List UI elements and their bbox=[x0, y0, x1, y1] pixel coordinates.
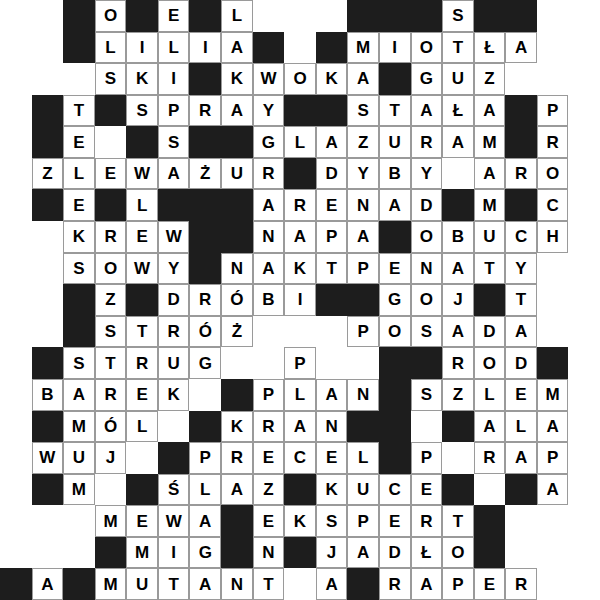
letter-cell-r2-c3[interactable]: S bbox=[95, 63, 127, 95]
letter-cell-r16-c12[interactable]: E bbox=[379, 505, 411, 537]
cell-r6-c18 bbox=[568, 189, 600, 221]
block-r2-c6 bbox=[189, 63, 221, 95]
letter-cell-r4-c12[interactable]: U bbox=[379, 126, 411, 158]
letter-cell-r4-c9[interactable]: L bbox=[284, 126, 316, 158]
letter-cell-r4-c5[interactable]: S bbox=[158, 126, 190, 158]
block-r0-c2 bbox=[63, 0, 95, 32]
cell-r11-c10 bbox=[316, 347, 348, 379]
letter-cell-r2-c13[interactable]: G bbox=[411, 63, 443, 95]
letter-cell-r3-c11[interactable]: S bbox=[347, 95, 379, 127]
letter-cell-r10-c16[interactable]: A bbox=[505, 316, 537, 348]
letter-cell-r18-c10[interactable]: A bbox=[316, 568, 348, 600]
cell-r15-c0 bbox=[0, 474, 32, 506]
letter-cell-r8-c5[interactable]: Y bbox=[158, 253, 190, 285]
letter-cell-r1-c12[interactable]: I bbox=[379, 32, 411, 64]
cell-r2-c16 bbox=[505, 63, 537, 95]
letter-cell-r18-c6[interactable]: A bbox=[189, 568, 221, 600]
letter-cell-r2-c4[interactable]: K bbox=[126, 63, 158, 95]
letter-cell-r12-c1[interactable]: B bbox=[32, 379, 64, 411]
letter-cell-r11-c2[interactable]: S bbox=[63, 347, 95, 379]
letter-cell-r7-c4[interactable]: E bbox=[126, 221, 158, 253]
letter-cell-r7-c13[interactable]: O bbox=[411, 221, 443, 253]
letter-cell-r16-c8[interactable]: E bbox=[253, 505, 285, 537]
cell-r14-c4 bbox=[126, 442, 158, 474]
letter-cell-r12-c4[interactable]: E bbox=[126, 379, 158, 411]
letter-cell-r12-c11[interactable]: N bbox=[347, 379, 379, 411]
letter-cell-r13-c7[interactable]: K bbox=[221, 411, 253, 443]
letter-cell-r17-c5[interactable]: I bbox=[158, 537, 190, 569]
letter-cell-r11-c15[interactable]: O bbox=[474, 347, 506, 379]
letter-cell-r14-c15[interactable]: R bbox=[474, 442, 506, 474]
letter-cell-r11-c16[interactable]: D bbox=[505, 347, 537, 379]
letter-cell-r10-c5[interactable]: R bbox=[158, 316, 190, 348]
letter-cell-r6-c11[interactable]: N bbox=[347, 189, 379, 221]
block-r11-c12 bbox=[379, 347, 411, 379]
letter-cell-r8-c9[interactable]: K bbox=[284, 253, 316, 285]
letter-cell-r18-c13[interactable]: A bbox=[411, 568, 443, 600]
letter-cell-r5-c16[interactable]: R bbox=[505, 158, 537, 190]
letter-cell-r13-c16[interactable]: L bbox=[505, 411, 537, 443]
letter-cell-r12-c2[interactable]: A bbox=[63, 379, 95, 411]
letter-cell-r3-c17[interactable]: P bbox=[537, 95, 569, 127]
block-r8-c6 bbox=[189, 253, 221, 285]
letter-cell-r4-c17[interactable]: R bbox=[537, 126, 569, 158]
letter-cell-r15-c17[interactable]: A bbox=[537, 474, 569, 506]
letter-cell-r17-c13[interactable]: Ł bbox=[411, 537, 443, 569]
letter-cell-r5-c13[interactable]: Y bbox=[411, 158, 443, 190]
block-r1-c8 bbox=[253, 32, 285, 64]
cell-r17-c1 bbox=[32, 537, 64, 569]
cell-r18-c18 bbox=[568, 568, 600, 600]
letter-cell-r1-c16[interactable]: A bbox=[505, 32, 537, 64]
letter-cell-r15-c12[interactable]: C bbox=[379, 474, 411, 506]
cell-r10-c1 bbox=[32, 316, 64, 348]
letter-cell-r6-c17[interactable]: C bbox=[537, 189, 569, 221]
letter-cell-r10-c4[interactable]: T bbox=[126, 316, 158, 348]
letter-cell-r12-c16[interactable]: E bbox=[505, 379, 537, 411]
letter-cell-r4-c13[interactable]: R bbox=[411, 126, 443, 158]
letter-cell-r4-c10[interactable]: A bbox=[316, 126, 348, 158]
cell-r13-c18 bbox=[568, 411, 600, 443]
letter-cell-r3-c14[interactable]: Ł bbox=[442, 95, 474, 127]
letter-cell-r17-c6[interactable]: G bbox=[189, 537, 221, 569]
letter-cell-r6-c4[interactable]: L bbox=[126, 189, 158, 221]
cell-r15-c18 bbox=[568, 474, 600, 506]
block-r7-c12 bbox=[379, 221, 411, 253]
block-r15-c14 bbox=[442, 474, 474, 506]
letter-cell-r8-c8[interactable]: A bbox=[253, 253, 285, 285]
letter-cell-r8-c3[interactable]: O bbox=[95, 253, 127, 285]
letter-cell-r2-c14[interactable]: U bbox=[442, 63, 474, 95]
block-r14-c12 bbox=[379, 442, 411, 474]
cell-r5-c0 bbox=[0, 158, 32, 190]
cell-r11-c11 bbox=[347, 347, 379, 379]
block-r6-c3 bbox=[95, 189, 127, 221]
letter-cell-r14-c13[interactable]: P bbox=[411, 442, 443, 474]
letter-cell-r10-c12[interactable]: O bbox=[379, 316, 411, 348]
letter-cell-r8-c7[interactable]: N bbox=[221, 253, 253, 285]
letter-cell-r3-c12[interactable]: T bbox=[379, 95, 411, 127]
letter-cell-r16-c14[interactable]: T bbox=[442, 505, 474, 537]
cell-r10-c0 bbox=[0, 316, 32, 348]
cell-r15-c15 bbox=[474, 474, 506, 506]
letter-cell-r5-c5[interactable]: A bbox=[158, 158, 190, 190]
block-r9-c4 bbox=[126, 284, 158, 316]
letter-cell-r14-c7[interactable]: R bbox=[221, 442, 253, 474]
letter-cell-r16-c3[interactable]: M bbox=[95, 505, 127, 537]
letter-cell-r18-c8[interactable]: T bbox=[253, 568, 285, 600]
letter-cell-r10-c14[interactable]: A bbox=[442, 316, 474, 348]
letter-cell-r2-c8[interactable]: W bbox=[253, 63, 285, 95]
letter-cell-r4-c15[interactable]: M bbox=[474, 126, 506, 158]
letter-cell-r8-c10[interactable]: T bbox=[316, 253, 348, 285]
letter-cell-r18-c12[interactable]: R bbox=[379, 568, 411, 600]
crossword-grid: OELSLILIAMIOTŁASKIKWOKAGUZTSPRAYSTAŁAPES… bbox=[0, 0, 600, 600]
block-r6-c14 bbox=[442, 189, 474, 221]
block-r6-c1 bbox=[32, 189, 64, 221]
letter-cell-r5-c1[interactable]: Z bbox=[32, 158, 64, 190]
cell-r1-c1 bbox=[32, 32, 64, 64]
letter-cell-r18-c14[interactable]: P bbox=[442, 568, 474, 600]
letter-cell-r2-c7[interactable]: K bbox=[221, 63, 253, 95]
letter-cell-r4-c2[interactable]: E bbox=[63, 126, 95, 158]
cell-r10-c10 bbox=[316, 316, 348, 348]
crossword-board: OELSLILIAMIOTŁASKIKWOKAGUZTSPRAYSTAŁAPES… bbox=[0, 0, 600, 600]
letter-cell-r7-c8[interactable]: N bbox=[253, 221, 285, 253]
letter-cell-r17-c12[interactable]: D bbox=[379, 537, 411, 569]
block-r13-c6 bbox=[189, 411, 221, 443]
letter-cell-r12-c8[interactable]: P bbox=[253, 379, 285, 411]
cell-r8-c1 bbox=[32, 253, 64, 285]
letter-cell-r9-c3[interactable]: Z bbox=[95, 284, 127, 316]
letter-cell-r15-c8[interactable]: Z bbox=[253, 474, 285, 506]
letter-cell-r18-c7[interactable]: N bbox=[221, 568, 253, 600]
cell-r2-c18 bbox=[568, 63, 600, 95]
letter-cell-r15-c13[interactable]: E bbox=[411, 474, 443, 506]
block-r12-c7 bbox=[221, 379, 253, 411]
letter-cell-r6-c2[interactable]: E bbox=[63, 189, 95, 221]
letter-cell-r1-c5[interactable]: L bbox=[158, 32, 190, 64]
letter-cell-r8-c16[interactable]: Y bbox=[505, 253, 537, 285]
block-r11-c13 bbox=[411, 347, 443, 379]
letter-cell-r9-c8[interactable]: B bbox=[253, 284, 285, 316]
cell-r0-c10 bbox=[316, 0, 348, 32]
block-r5-c9 bbox=[284, 158, 316, 190]
cell-r17-c17 bbox=[537, 537, 569, 569]
letter-cell-r13-c4[interactable]: L bbox=[126, 411, 158, 443]
letter-cell-r10-c6[interactable]: Ó bbox=[189, 316, 221, 348]
block-r13-c11 bbox=[347, 411, 379, 443]
block-r17-c7 bbox=[221, 537, 253, 569]
letter-cell-r3-c13[interactable]: A bbox=[411, 95, 443, 127]
letter-cell-r14-c1[interactable]: W bbox=[32, 442, 64, 474]
cell-r17-c0 bbox=[0, 537, 32, 569]
letter-cell-r4-c8[interactable]: G bbox=[253, 126, 285, 158]
letter-cell-r9-c13[interactable]: O bbox=[411, 284, 443, 316]
letter-cell-r14-c8[interactable]: E bbox=[253, 442, 285, 474]
letter-cell-r5-c11[interactable]: Y bbox=[347, 158, 379, 190]
letter-cell-r7-c10[interactable]: P bbox=[316, 221, 348, 253]
block-r18-c0 bbox=[0, 568, 32, 600]
letter-cell-r18-c1[interactable]: A bbox=[32, 568, 64, 600]
letter-cell-r3-c2[interactable]: T bbox=[63, 95, 95, 127]
letter-cell-r17-c14[interactable]: O bbox=[442, 537, 474, 569]
letter-cell-r1-c11[interactable]: M bbox=[347, 32, 379, 64]
cell-r12-c6 bbox=[189, 379, 221, 411]
block-r9-c15 bbox=[474, 284, 506, 316]
letter-cell-r7-c2[interactable]: K bbox=[63, 221, 95, 253]
cell-r17-c16 bbox=[505, 537, 537, 569]
letter-cell-r5-c17[interactable]: O bbox=[537, 158, 569, 190]
letter-cell-r14-c17[interactable]: P bbox=[537, 442, 569, 474]
block-r13-c14 bbox=[442, 411, 474, 443]
letter-cell-r16-c9[interactable]: K bbox=[284, 505, 316, 537]
cell-r0-c18 bbox=[568, 0, 600, 32]
cell-r1-c18 bbox=[568, 32, 600, 64]
block-r14-c5 bbox=[158, 442, 190, 474]
letter-cell-r3-c5[interactable]: P bbox=[158, 95, 190, 127]
letter-cell-r13-c9[interactable]: A bbox=[284, 411, 316, 443]
letter-cell-r9-c5[interactable]: D bbox=[158, 284, 190, 316]
letter-cell-r3-c8[interactable]: Y bbox=[253, 95, 285, 127]
letter-cell-r13-c10[interactable]: N bbox=[316, 411, 348, 443]
letter-cell-r12-c3[interactable]: R bbox=[95, 379, 127, 411]
letter-cell-r3-c4[interactable]: S bbox=[126, 95, 158, 127]
cell-r1-c9 bbox=[284, 32, 316, 64]
letter-cell-r18-c15[interactable]: E bbox=[474, 568, 506, 600]
cell-r16-c16 bbox=[505, 505, 537, 537]
block-r4-c7 bbox=[221, 126, 253, 158]
cell-r17-c18 bbox=[568, 537, 600, 569]
letter-cell-r0-c3[interactable]: O bbox=[95, 0, 127, 32]
cell-r7-c18 bbox=[568, 221, 600, 253]
block-r3-c9 bbox=[284, 95, 316, 127]
letter-cell-r13-c3[interactable]: Ó bbox=[95, 411, 127, 443]
letter-cell-r6-c13[interactable]: D bbox=[411, 189, 443, 221]
letter-cell-r8-c13[interactable]: N bbox=[411, 253, 443, 285]
letter-cell-r7-c5[interactable]: W bbox=[158, 221, 190, 253]
letter-cell-r7-c9[interactable]: A bbox=[284, 221, 316, 253]
cell-r11-c7 bbox=[221, 347, 253, 379]
letter-cell-r3-c15[interactable]: A bbox=[474, 95, 506, 127]
letter-cell-r3-c7[interactable]: A bbox=[221, 95, 253, 127]
letter-cell-r17-c8[interactable]: N bbox=[253, 537, 285, 569]
letter-cell-r6-c12[interactable]: A bbox=[379, 189, 411, 221]
letter-cell-r6-c10[interactable]: E bbox=[316, 189, 348, 221]
cell-r1-c17 bbox=[537, 32, 569, 64]
letter-cell-r14-c6[interactable]: P bbox=[189, 442, 221, 474]
letter-cell-r10-c3[interactable]: S bbox=[95, 316, 127, 348]
cell-r14-c14 bbox=[442, 442, 474, 474]
letter-cell-r16-c10[interactable]: S bbox=[316, 505, 348, 537]
letter-cell-r7-c17[interactable]: H bbox=[537, 221, 569, 253]
block-r6-c5 bbox=[158, 189, 190, 221]
block-r0-c4 bbox=[126, 0, 158, 32]
letter-cell-r9-c16[interactable]: T bbox=[505, 284, 537, 316]
letter-cell-r2-c9[interactable]: O bbox=[284, 63, 316, 95]
cell-r16-c2 bbox=[63, 505, 95, 537]
letter-cell-r14-c10[interactable]: E bbox=[316, 442, 348, 474]
letter-cell-r10-c15[interactable]: D bbox=[474, 316, 506, 348]
letter-cell-r13-c17[interactable]: A bbox=[537, 411, 569, 443]
letter-cell-r7-c15[interactable]: U bbox=[474, 221, 506, 253]
letter-cell-r18-c16[interactable]: R bbox=[505, 568, 537, 600]
letter-cell-r7-c11[interactable]: A bbox=[347, 221, 379, 253]
letter-cell-r13-c8[interactable]: R bbox=[253, 411, 285, 443]
letter-cell-r10-c7[interactable]: Ż bbox=[221, 316, 253, 348]
block-r4-c1 bbox=[32, 126, 64, 158]
block-r10-c2 bbox=[63, 316, 95, 348]
cell-r15-c3 bbox=[95, 474, 127, 506]
letter-cell-r15-c6[interactable]: L bbox=[189, 474, 221, 506]
letter-cell-r15-c7[interactable]: A bbox=[221, 474, 253, 506]
letter-cell-r12-c15[interactable]: L bbox=[474, 379, 506, 411]
letter-cell-r5-c7[interactable]: U bbox=[221, 158, 253, 190]
letter-cell-r3-c6[interactable]: R bbox=[189, 95, 221, 127]
letter-cell-r1-c3[interactable]: L bbox=[95, 32, 127, 64]
letter-cell-r5-c10[interactable]: D bbox=[316, 158, 348, 190]
letter-cell-r5-c4[interactable]: W bbox=[126, 158, 158, 190]
cell-r12-c18 bbox=[568, 379, 600, 411]
letter-cell-r6-c9[interactable]: R bbox=[284, 189, 316, 221]
letter-cell-r10-c13[interactable]: S bbox=[411, 316, 443, 348]
cell-r10-c9 bbox=[284, 316, 316, 348]
letter-cell-r2-c10[interactable]: K bbox=[316, 63, 348, 95]
letter-cell-r9-c6[interactable]: R bbox=[189, 284, 221, 316]
letter-cell-r5-c8[interactable]: R bbox=[253, 158, 285, 190]
letter-cell-r8-c2[interactable]: S bbox=[63, 253, 95, 285]
cell-r18-c9 bbox=[284, 568, 316, 600]
block-r0-c12 bbox=[379, 0, 411, 32]
letter-cell-r6-c15[interactable]: M bbox=[474, 189, 506, 221]
letter-cell-r12-c13[interactable]: S bbox=[411, 379, 443, 411]
letter-cell-r9-c7[interactable]: Ó bbox=[221, 284, 253, 316]
letter-cell-r14-c16[interactable]: A bbox=[505, 442, 537, 474]
block-r18-c11 bbox=[347, 568, 379, 600]
cell-r10-c17 bbox=[537, 316, 569, 348]
letter-cell-r8-c4[interactable]: W bbox=[126, 253, 158, 285]
letter-cell-r7-c16[interactable]: C bbox=[505, 221, 537, 253]
letter-cell-r11-c9[interactable]: P bbox=[284, 347, 316, 379]
letter-cell-r12-c9[interactable]: L bbox=[284, 379, 316, 411]
letter-cell-r13-c2[interactable]: M bbox=[63, 411, 95, 443]
block-r0-c6 bbox=[189, 0, 221, 32]
letter-cell-r5-c3[interactable]: E bbox=[95, 158, 127, 190]
letter-cell-r11-c4[interactable]: R bbox=[126, 347, 158, 379]
letter-cell-r15-c11[interactable]: U bbox=[347, 474, 379, 506]
letter-cell-r17-c11[interactable]: A bbox=[347, 537, 379, 569]
letter-cell-r1-c7[interactable]: A bbox=[221, 32, 253, 64]
letter-cell-r0-c5[interactable]: E bbox=[158, 0, 190, 32]
block-r11-c1 bbox=[32, 347, 64, 379]
letter-cell-r9-c12[interactable]: G bbox=[379, 284, 411, 316]
letter-cell-r12-c14[interactable]: Z bbox=[442, 379, 474, 411]
block-r0-c11 bbox=[347, 0, 379, 32]
letter-cell-r18-c3[interactable]: M bbox=[95, 568, 127, 600]
letter-cell-r1-c6[interactable]: I bbox=[189, 32, 221, 64]
letter-cell-r2-c5[interactable]: I bbox=[158, 63, 190, 95]
cell-r3-c0 bbox=[0, 95, 32, 127]
letter-cell-r16-c6[interactable]: A bbox=[189, 505, 221, 537]
cell-r9-c0 bbox=[0, 284, 32, 316]
letter-cell-r1-c13[interactable]: O bbox=[411, 32, 443, 64]
cell-r8-c18 bbox=[568, 253, 600, 285]
letter-cell-r5-c6[interactable]: Ż bbox=[189, 158, 221, 190]
block-r1-c2 bbox=[63, 32, 95, 64]
cell-r0-c8 bbox=[253, 0, 285, 32]
cell-r8-c17 bbox=[537, 253, 569, 285]
letter-cell-r5-c15[interactable]: A bbox=[474, 158, 506, 190]
letter-cell-r5-c12[interactable]: B bbox=[379, 158, 411, 190]
letter-cell-r15-c2[interactable]: M bbox=[63, 474, 95, 506]
letter-cell-r6-c8[interactable]: A bbox=[253, 189, 285, 221]
letter-cell-r12-c17[interactable]: M bbox=[537, 379, 569, 411]
letter-cell-r11-c6[interactable]: G bbox=[189, 347, 221, 379]
letter-cell-r14-c11[interactable]: L bbox=[347, 442, 379, 474]
letter-cell-r1-c4[interactable]: I bbox=[126, 32, 158, 64]
block-r9-c11 bbox=[347, 284, 379, 316]
letter-cell-r16-c5[interactable]: W bbox=[158, 505, 190, 537]
letter-cell-r12-c10[interactable]: A bbox=[316, 379, 348, 411]
letter-cell-r0-c14[interactable]: S bbox=[442, 0, 474, 32]
letter-cell-r16-c11[interactable]: P bbox=[347, 505, 379, 537]
cell-r4-c18 bbox=[568, 126, 600, 158]
letter-cell-r15-c10[interactable]: K bbox=[316, 474, 348, 506]
letter-cell-r8-c14[interactable]: A bbox=[442, 253, 474, 285]
letter-cell-r8-c11[interactable]: P bbox=[347, 253, 379, 285]
letter-cell-r14-c3[interactable]: J bbox=[95, 442, 127, 474]
letter-cell-r4-c11[interactable]: Z bbox=[347, 126, 379, 158]
letter-cell-r18-c5[interactable]: T bbox=[158, 568, 190, 600]
letter-cell-r7-c3[interactable]: R bbox=[95, 221, 127, 253]
letter-cell-r16-c4[interactable]: E bbox=[126, 505, 158, 537]
letter-cell-r12-c5[interactable]: K bbox=[158, 379, 190, 411]
letter-cell-r11-c5[interactable]: U bbox=[158, 347, 190, 379]
letter-cell-r4-c14[interactable]: A bbox=[442, 126, 474, 158]
letter-cell-r2-c15[interactable]: Z bbox=[474, 63, 506, 95]
letter-cell-r0-c7[interactable]: L bbox=[221, 0, 253, 32]
letter-cell-r17-c10[interactable]: J bbox=[316, 537, 348, 569]
letter-cell-r15-c5[interactable]: Ś bbox=[158, 474, 190, 506]
letter-cell-r18-c4[interactable]: U bbox=[126, 568, 158, 600]
block-r15-c1 bbox=[32, 474, 64, 506]
block-r0-c16 bbox=[505, 0, 537, 32]
cell-r13-c0 bbox=[0, 411, 32, 443]
letter-cell-r13-c15[interactable]: A bbox=[474, 411, 506, 443]
letter-cell-r9-c14[interactable]: J bbox=[442, 284, 474, 316]
letter-cell-r1-c15[interactable]: Ł bbox=[474, 32, 506, 64]
cell-r11-c18 bbox=[568, 347, 600, 379]
cell-r16-c18 bbox=[568, 505, 600, 537]
letter-cell-r2-c11[interactable]: A bbox=[347, 63, 379, 95]
letter-cell-r5-c2[interactable]: L bbox=[63, 158, 95, 190]
cell-r13-c13 bbox=[411, 411, 443, 443]
letter-cell-r14-c2[interactable]: U bbox=[63, 442, 95, 474]
block-r6-c7 bbox=[221, 189, 253, 221]
letter-cell-r9-c9[interactable]: I bbox=[284, 284, 316, 316]
letter-cell-r17-c4[interactable]: M bbox=[126, 537, 158, 569]
letter-cell-r11-c14[interactable]: R bbox=[442, 347, 474, 379]
letter-cell-r16-c13[interactable]: R bbox=[411, 505, 443, 537]
letter-cell-r8-c12[interactable]: E bbox=[379, 253, 411, 285]
letter-cell-r14-c9[interactable]: C bbox=[284, 442, 316, 474]
letter-cell-r1-c14[interactable]: T bbox=[442, 32, 474, 64]
letter-cell-r7-c14[interactable]: B bbox=[442, 221, 474, 253]
letter-cell-r11-c3[interactable]: T bbox=[95, 347, 127, 379]
block-r17-c3 bbox=[95, 537, 127, 569]
letter-cell-r10-c11[interactable]: P bbox=[347, 316, 379, 348]
letter-cell-r8-c15[interactable]: T bbox=[474, 253, 506, 285]
